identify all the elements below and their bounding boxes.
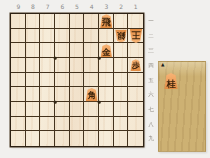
rank-label-3: 三 — [146, 44, 155, 57]
piece-glyph: 飛 — [102, 18, 111, 29]
board-square-2-3[interactable] — [114, 43, 129, 58]
board-square-5-7[interactable] — [70, 102, 85, 117]
board-square-7-9[interactable] — [40, 131, 55, 146]
board-square-9-8[interactable] — [11, 117, 26, 132]
board-square-5-4[interactable] — [70, 58, 85, 73]
board-square-6-4[interactable] — [55, 58, 70, 73]
board-square-8-3[interactable] — [26, 43, 41, 58]
board-square-8-9[interactable] — [26, 131, 41, 146]
board-square-6-7[interactable] — [55, 102, 70, 117]
board-square-1-8[interactable] — [128, 117, 143, 132]
board-square-3-8[interactable] — [99, 117, 114, 132]
board-square-3-9[interactable] — [99, 131, 114, 146]
board-square-6-2[interactable] — [55, 29, 70, 44]
board-square-1-3[interactable] — [128, 43, 143, 58]
file-labels: 987654321 — [11, 2, 143, 11]
board-square-6-6[interactable] — [55, 87, 70, 102]
board-square-1-6[interactable] — [128, 87, 143, 102]
board-square-7-1[interactable] — [40, 14, 55, 29]
piece-glyph: 王 — [131, 29, 140, 40]
board-square-4-1[interactable] — [84, 14, 99, 29]
board-square-4-3[interactable] — [84, 43, 99, 58]
board-square-6-5[interactable] — [55, 73, 70, 88]
file-label-2: 2 — [114, 2, 129, 11]
piece-glyph: 歩 — [132, 62, 140, 72]
board-square-1-9[interactable] — [128, 131, 143, 146]
rank-label-4: 四 — [146, 59, 155, 72]
file-label-5: 5 — [70, 2, 85, 11]
file-label-9: 9 — [11, 2, 26, 11]
rank-label-9: 九 — [146, 132, 155, 145]
board-square-5-6[interactable] — [70, 87, 85, 102]
board-square-4-8[interactable] — [84, 117, 99, 132]
board-square-9-2[interactable] — [11, 29, 26, 44]
file-label-3: 3 — [99, 2, 114, 11]
board-square-8-7[interactable] — [26, 102, 41, 117]
board-square-9-7[interactable] — [11, 102, 26, 117]
file-label-4: 4 — [84, 2, 99, 11]
board-square-1-7[interactable] — [128, 102, 143, 117]
board-square-7-5[interactable] — [40, 73, 55, 88]
file-label-8: 8 — [26, 2, 41, 11]
board-square-9-9[interactable] — [11, 131, 26, 146]
hoshi-dot — [54, 101, 57, 104]
board-square-2-6[interactable] — [114, 87, 129, 102]
board-square-5-3[interactable] — [70, 43, 85, 58]
board-square-8-2[interactable] — [26, 29, 41, 44]
board-square-2-7[interactable] — [114, 102, 129, 117]
board-square-4-2[interactable] — [84, 29, 99, 44]
rank-label-2: 二 — [146, 29, 155, 42]
board-square-2-1[interactable] — [114, 14, 129, 29]
board-square-5-9[interactable] — [70, 131, 85, 146]
rank-label-7: 七 — [146, 103, 155, 116]
board-square-3-2[interactable] — [99, 29, 114, 44]
board-square-3-4[interactable] — [99, 58, 114, 73]
board-square-8-4[interactable] — [26, 58, 41, 73]
board-square-7-2[interactable] — [40, 29, 55, 44]
board-square-8-5[interactable] — [26, 73, 41, 88]
board-square-6-8[interactable] — [55, 117, 70, 132]
rank-label-6: 六 — [146, 88, 155, 101]
rank-label-8: 八 — [146, 117, 155, 130]
board-square-9-5[interactable] — [11, 73, 26, 88]
shogi-board: 飛銀王金歩角 — [10, 13, 144, 147]
sente-hand-tray: ▲ 桂 — [158, 61, 206, 152]
board-square-7-4[interactable] — [40, 58, 55, 73]
piece-glyph: 桂 — [167, 80, 176, 89]
rank-labels: 一二三四五六七八九 — [146, 14, 156, 146]
piece-glyph: 金 — [102, 47, 111, 57]
piece-glyph: 銀 — [117, 30, 126, 40]
board-square-7-8[interactable] — [40, 117, 55, 132]
board-square-8-8[interactable] — [26, 117, 41, 132]
board-square-4-7[interactable] — [84, 102, 99, 117]
hand-piece-knight[interactable]: 桂 — [164, 73, 178, 89]
board-square-8-1[interactable] — [26, 14, 41, 29]
hoshi-dot — [98, 101, 101, 104]
board-square-9-6[interactable] — [11, 87, 26, 102]
board-square-7-3[interactable] — [40, 43, 55, 58]
board-square-6-3[interactable] — [55, 43, 70, 58]
board-square-7-6[interactable] — [40, 87, 55, 102]
board-square-4-5[interactable] — [84, 73, 99, 88]
board-square-3-7[interactable] — [99, 102, 114, 117]
board-square-2-9[interactable] — [114, 131, 129, 146]
board-square-6-1[interactable] — [55, 14, 70, 29]
board-square-5-5[interactable] — [70, 73, 85, 88]
board-square-2-4[interactable] — [114, 58, 129, 73]
rank-label-5: 五 — [146, 73, 155, 86]
board-square-3-5[interactable] — [99, 73, 114, 88]
board-square-1-1[interactable] — [128, 14, 143, 29]
file-label-1: 1 — [128, 2, 143, 11]
board-square-9-4[interactable] — [11, 58, 26, 73]
hoshi-dot — [54, 57, 57, 60]
file-label-7: 7 — [40, 2, 55, 11]
board-square-5-8[interactable] — [70, 117, 85, 132]
hoshi-dot — [98, 57, 101, 60]
tsume-shogi-widget: 987654321 飛銀王金歩角 一二三四五六七八九 ▲ 桂 — [0, 0, 210, 158]
board-square-5-2[interactable] — [70, 29, 85, 44]
board-square-3-6[interactable] — [99, 87, 114, 102]
board-square-8-6[interactable] — [26, 87, 41, 102]
board-square-1-5[interactable] — [128, 73, 143, 88]
board-square-9-1[interactable] — [11, 14, 26, 29]
board-square-9-3[interactable] — [11, 43, 26, 58]
board-square-2-5[interactable] — [114, 73, 129, 88]
board-square-4-4[interactable] — [84, 58, 99, 73]
board-square-2-8[interactable] — [114, 117, 129, 132]
board-square-7-7[interactable] — [40, 102, 55, 117]
board-square-5-1[interactable] — [70, 14, 85, 29]
rank-label-1: 一 — [146, 15, 155, 28]
file-label-6: 6 — [55, 2, 70, 11]
piece-glyph: 角 — [87, 91, 96, 101]
board-square-4-9[interactable] — [84, 131, 99, 146]
sente-marker: ▲ — [161, 63, 164, 68]
board-square-6-9[interactable] — [55, 131, 70, 146]
